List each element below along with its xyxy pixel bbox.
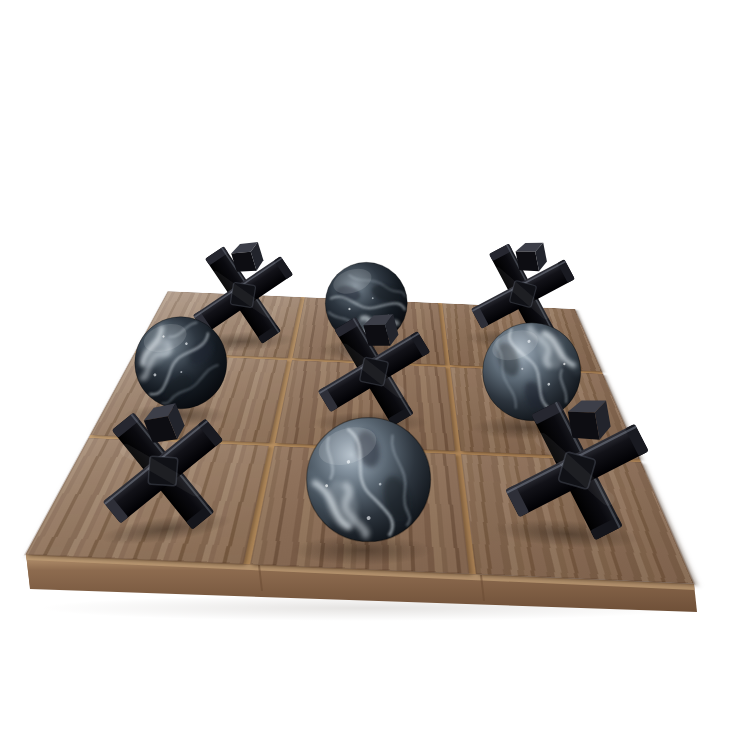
- piece-x-r2c0[interactable]: [63, 376, 263, 551]
- piece-o-r2c1[interactable]: [288, 399, 449, 585]
- piece-x-r2c2[interactable]: [467, 366, 687, 559]
- product-photo-canvas: [0, 0, 750, 750]
